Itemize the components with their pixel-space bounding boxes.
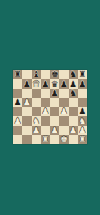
square-c5[interactable] bbox=[32, 98, 41, 107]
square-e3[interactable] bbox=[50, 116, 59, 125]
square-d2[interactable] bbox=[41, 126, 50, 135]
square-c6[interactable] bbox=[32, 89, 41, 98]
square-c8[interactable]: ♝ bbox=[32, 70, 41, 79]
white-knight-icon: ♞ bbox=[32, 116, 40, 125]
square-b4[interactable] bbox=[22, 107, 31, 116]
square-e7[interactable]: ♛ bbox=[50, 79, 59, 88]
square-c1[interactable] bbox=[32, 135, 41, 144]
square-g4[interactable] bbox=[69, 107, 78, 116]
white-pawn-icon: ♟ bbox=[23, 98, 31, 107]
white-pawn-icon: ♟ bbox=[69, 126, 77, 135]
white-queen-icon: ♛ bbox=[32, 79, 40, 88]
square-e1[interactable] bbox=[50, 135, 59, 144]
square-b6[interactable] bbox=[22, 89, 31, 98]
square-e2[interactable]: ♟ bbox=[50, 126, 59, 135]
square-f8[interactable] bbox=[59, 70, 68, 79]
square-h1[interactable]: ♜ bbox=[78, 135, 87, 144]
white-rook-icon: ♜ bbox=[42, 135, 50, 144]
white-pawn-icon: ♟ bbox=[79, 126, 87, 135]
square-d3[interactable] bbox=[41, 116, 50, 125]
black-pawn-icon: ♟ bbox=[14, 98, 22, 107]
square-b2[interactable] bbox=[22, 126, 31, 135]
square-h4[interactable]: ♟ bbox=[78, 107, 87, 116]
square-a7[interactable] bbox=[13, 79, 22, 88]
square-a1[interactable] bbox=[13, 135, 22, 144]
square-b8[interactable] bbox=[22, 70, 31, 79]
square-f4[interactable]: ♟ bbox=[59, 107, 68, 116]
black-pawn-icon: ♟ bbox=[79, 107, 87, 116]
square-d6[interactable] bbox=[41, 89, 50, 98]
black-pawn-icon: ♟ bbox=[79, 79, 87, 88]
white-knight-icon: ♞ bbox=[79, 116, 87, 125]
square-a6[interactable] bbox=[13, 89, 22, 98]
square-b1[interactable] bbox=[22, 135, 31, 144]
square-h3[interactable]: ♞ bbox=[78, 116, 87, 125]
square-b7[interactable]: ♟ bbox=[22, 79, 31, 88]
white-pawn-icon: ♟ bbox=[42, 107, 50, 116]
square-c3[interactable]: ♞ bbox=[32, 116, 41, 125]
square-d7[interactable]: ♟ bbox=[41, 79, 50, 88]
square-f5[interactable] bbox=[59, 98, 68, 107]
black-pawn-icon: ♟ bbox=[42, 79, 50, 88]
square-e8[interactable]: ♚ bbox=[50, 70, 59, 79]
black-pawn-icon: ♟ bbox=[60, 79, 68, 88]
square-g1[interactable] bbox=[69, 135, 78, 144]
white-pawn-icon: ♟ bbox=[14, 116, 22, 125]
square-c7[interactable]: ♛ bbox=[32, 79, 41, 88]
square-f1[interactable]: ♚ bbox=[59, 135, 68, 144]
square-h7[interactable]: ♟ bbox=[78, 79, 87, 88]
square-c4[interactable] bbox=[32, 107, 41, 116]
white-rook-icon: ♜ bbox=[79, 135, 87, 144]
black-rook-icon: ♜ bbox=[14, 70, 22, 79]
square-d8[interactable] bbox=[41, 70, 50, 79]
square-a2[interactable] bbox=[13, 126, 22, 135]
square-g8[interactable]: ♞ bbox=[69, 70, 78, 79]
square-d1[interactable]: ♜ bbox=[41, 135, 50, 144]
square-g7[interactable]: ♟ bbox=[69, 79, 78, 88]
black-knight-icon: ♞ bbox=[69, 89, 77, 98]
black-rook-icon: ♜ bbox=[79, 70, 87, 79]
black-queen-icon: ♛ bbox=[51, 79, 59, 88]
square-g5[interactable] bbox=[69, 98, 78, 107]
square-h2[interactable]: ♟ bbox=[78, 126, 87, 135]
chess-board: ♜♝♚♞♜♟♛♟♛♟♟♟♟♞♟♟♟♟♟♟♞♞♟♟♟♟♜♚♜ bbox=[13, 70, 87, 144]
square-f2[interactable] bbox=[59, 126, 68, 135]
square-g6[interactable]: ♞ bbox=[69, 89, 78, 98]
square-a4[interactable] bbox=[13, 107, 22, 116]
square-f3[interactable] bbox=[59, 116, 68, 125]
black-knight-icon: ♞ bbox=[69, 70, 77, 79]
white-pawn-icon: ♟ bbox=[60, 107, 68, 116]
square-h6[interactable] bbox=[78, 89, 87, 98]
square-c2[interactable]: ♟ bbox=[32, 126, 41, 135]
app-background: ♜♝♚♞♜♟♛♟♛♟♟♟♟♞♟♟♟♟♟♟♞♞♟♟♟♟♜♚♜ bbox=[0, 0, 100, 215]
white-pawn-icon: ♟ bbox=[51, 126, 59, 135]
white-king-icon: ♚ bbox=[60, 135, 68, 144]
square-g3[interactable] bbox=[69, 116, 78, 125]
white-pawn-icon: ♟ bbox=[32, 126, 40, 135]
square-h8[interactable]: ♜ bbox=[78, 70, 87, 79]
square-d5[interactable] bbox=[41, 98, 50, 107]
square-a8[interactable]: ♜ bbox=[13, 70, 22, 79]
square-b5[interactable]: ♟ bbox=[22, 98, 31, 107]
square-f7[interactable]: ♟ bbox=[59, 79, 68, 88]
square-h5[interactable] bbox=[78, 98, 87, 107]
square-b3[interactable] bbox=[22, 116, 31, 125]
black-pawn-icon: ♟ bbox=[69, 79, 77, 88]
square-a3[interactable]: ♟ bbox=[13, 116, 22, 125]
black-pawn-icon: ♟ bbox=[51, 89, 59, 98]
square-e5[interactable] bbox=[50, 98, 59, 107]
square-a5[interactable]: ♟ bbox=[13, 98, 22, 107]
square-e4[interactable] bbox=[50, 107, 59, 116]
square-f6[interactable] bbox=[59, 89, 68, 98]
square-d4[interactable]: ♟ bbox=[41, 107, 50, 116]
square-e6[interactable]: ♟ bbox=[50, 89, 59, 98]
black-pawn-icon: ♟ bbox=[23, 79, 31, 88]
black-king-icon: ♚ bbox=[51, 70, 59, 79]
black-bishop-icon: ♝ bbox=[32, 70, 40, 79]
square-g2[interactable]: ♟ bbox=[69, 126, 78, 135]
